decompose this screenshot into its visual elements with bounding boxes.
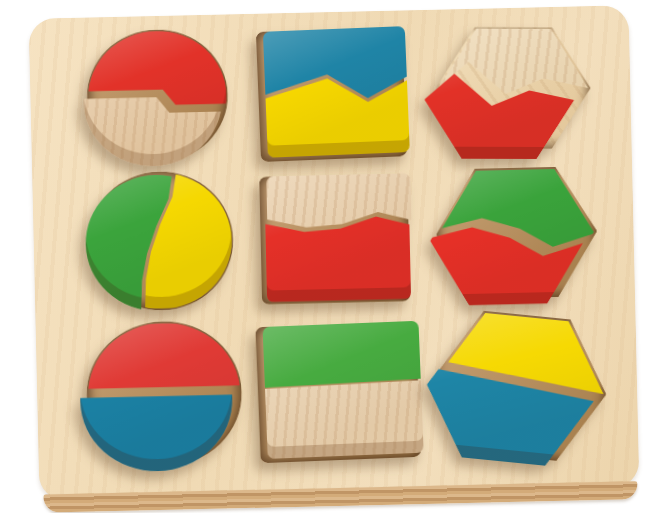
cell-middle-right bbox=[424, 158, 609, 306]
cell-bottom-center bbox=[250, 307, 436, 474]
square-wood-red bbox=[266, 173, 413, 300]
cell-bottom-left bbox=[71, 311, 257, 478]
puzzle-board bbox=[29, 5, 640, 500]
hexagon-green-red bbox=[437, 168, 596, 298]
circle-red-blue bbox=[87, 322, 242, 467]
circle-green-yellow bbox=[88, 171, 233, 310]
square-green-wood bbox=[263, 321, 424, 459]
board-side-edge bbox=[43, 481, 637, 512]
hexagon-yellow-blue bbox=[430, 309, 611, 463]
cell-middle-left bbox=[68, 166, 253, 314]
cell-top-left bbox=[65, 22, 250, 170]
cell-bottom-right bbox=[427, 303, 613, 470]
hexagon-wood-red bbox=[438, 29, 588, 148]
cell-middle-center bbox=[247, 162, 432, 310]
square-blue-yellow bbox=[263, 26, 410, 158]
cell-top-center bbox=[244, 18, 429, 166]
puzzle-grid bbox=[57, 14, 613, 478]
photo-stage bbox=[0, 0, 660, 513]
circle-red-wood bbox=[87, 30, 228, 163]
cell-top-right bbox=[421, 14, 606, 162]
